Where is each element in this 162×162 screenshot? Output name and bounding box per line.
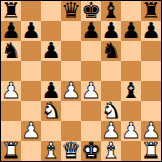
- piece-black-pawn[interactable]: ♟: [81, 21, 101, 41]
- square-g7[interactable]: ♟: [121, 21, 141, 41]
- square-g3[interactable]: [121, 101, 141, 121]
- square-d6[interactable]: [61, 41, 81, 61]
- piece-black-pawn[interactable]: ♟: [41, 81, 61, 101]
- square-f7[interactable]: ♟: [101, 21, 121, 41]
- square-d3[interactable]: [61, 101, 81, 121]
- square-d7[interactable]: [61, 21, 81, 41]
- piece-black-bishop[interactable]: ♝: [121, 81, 141, 101]
- square-d4[interactable]: ♟: [61, 81, 81, 101]
- piece-black-queen[interactable]: ♛: [61, 1, 81, 21]
- square-b3[interactable]: [21, 101, 41, 121]
- square-e4[interactable]: ♟: [81, 81, 101, 101]
- piece-white-bishop[interactable]: ♝: [41, 141, 61, 161]
- square-b8[interactable]: [21, 1, 41, 21]
- piece-black-king[interactable]: ♚: [81, 1, 101, 21]
- square-e5[interactable]: [81, 61, 101, 81]
- square-g8[interactable]: [121, 1, 141, 21]
- square-c8[interactable]: [41, 1, 61, 21]
- square-h5[interactable]: [141, 61, 161, 81]
- piece-white-queen[interactable]: ♛: [61, 141, 81, 161]
- square-g6[interactable]: [121, 41, 141, 61]
- square-d5[interactable]: [61, 61, 81, 81]
- square-a2[interactable]: [1, 121, 21, 141]
- square-f6[interactable]: ♞: [101, 41, 121, 61]
- piece-black-pawn[interactable]: ♟: [141, 21, 161, 41]
- square-e7[interactable]: ♟: [81, 21, 101, 41]
- square-d8[interactable]: ♛: [61, 1, 81, 21]
- square-a3[interactable]: [1, 101, 21, 121]
- piece-white-king[interactable]: ♚: [81, 141, 101, 161]
- square-f8[interactable]: ♝: [101, 1, 121, 21]
- chess-board: ♜♛♚♝♜♟♟♟♟♟♟♞♟♞♟♟♟♟♝♞♞♟♟♟♟♜♝♛♚♝♜: [0, 0, 162, 162]
- piece-white-pawn[interactable]: ♟: [21, 121, 41, 141]
- square-f5[interactable]: [101, 61, 121, 81]
- square-h7[interactable]: ♟: [141, 21, 161, 41]
- square-b4[interactable]: [21, 81, 41, 101]
- square-b5[interactable]: [21, 61, 41, 81]
- square-g4[interactable]: ♝: [121, 81, 141, 101]
- piece-white-pawn[interactable]: ♟: [121, 121, 141, 141]
- piece-white-knight[interactable]: ♞: [41, 101, 61, 121]
- piece-white-knight[interactable]: ♞: [101, 101, 121, 121]
- square-e8[interactable]: ♚: [81, 1, 101, 21]
- square-a7[interactable]: ♟: [1, 21, 21, 41]
- piece-black-pawn[interactable]: ♟: [1, 21, 21, 41]
- piece-white-rook[interactable]: ♜: [141, 141, 161, 161]
- piece-black-pawn[interactable]: ♟: [101, 21, 121, 41]
- piece-black-pawn[interactable]: ♟: [41, 41, 61, 61]
- square-e6[interactable]: [81, 41, 101, 61]
- square-c2[interactable]: [41, 121, 61, 141]
- square-g2[interactable]: ♟: [121, 121, 141, 141]
- square-h3[interactable]: [141, 101, 161, 121]
- square-h8[interactable]: ♜: [141, 1, 161, 21]
- square-h1[interactable]: ♜: [141, 141, 161, 161]
- square-e3[interactable]: [81, 101, 101, 121]
- square-g1[interactable]: [121, 141, 141, 161]
- square-c3[interactable]: ♞: [41, 101, 61, 121]
- square-e1[interactable]: ♚: [81, 141, 101, 161]
- piece-white-pawn[interactable]: ♟: [61, 81, 81, 101]
- square-f3[interactable]: ♞: [101, 101, 121, 121]
- piece-black-pawn[interactable]: ♟: [21, 21, 41, 41]
- square-a5[interactable]: [1, 61, 21, 81]
- square-a4[interactable]: ♟: [1, 81, 21, 101]
- square-c1[interactable]: ♝: [41, 141, 61, 161]
- piece-white-rook[interactable]: ♜: [1, 141, 21, 161]
- piece-white-bishop[interactable]: ♝: [101, 141, 121, 161]
- piece-black-bishop[interactable]: ♝: [101, 1, 121, 21]
- piece-black-rook[interactable]: ♜: [141, 1, 161, 21]
- square-c5[interactable]: [41, 61, 61, 81]
- piece-white-pawn[interactable]: ♟: [141, 121, 161, 141]
- piece-white-pawn[interactable]: ♟: [1, 81, 21, 101]
- piece-white-pawn[interactable]: ♟: [101, 121, 121, 141]
- square-h2[interactable]: ♟: [141, 121, 161, 141]
- square-f1[interactable]: ♝: [101, 141, 121, 161]
- square-e2[interactable]: [81, 121, 101, 141]
- piece-white-pawn[interactable]: ♟: [81, 81, 101, 101]
- square-b7[interactable]: ♟: [21, 21, 41, 41]
- square-a1[interactable]: ♜: [1, 141, 21, 161]
- square-b1[interactable]: [21, 141, 41, 161]
- square-a8[interactable]: ♜: [1, 1, 21, 21]
- square-a6[interactable]: ♞: [1, 41, 21, 61]
- square-c6[interactable]: ♟: [41, 41, 61, 61]
- square-f2[interactable]: ♟: [101, 121, 121, 141]
- square-f4[interactable]: [101, 81, 121, 101]
- piece-black-knight[interactable]: ♞: [101, 41, 121, 61]
- piece-black-pawn[interactable]: ♟: [121, 21, 141, 41]
- square-g5[interactable]: [121, 61, 141, 81]
- piece-black-rook[interactable]: ♜: [1, 1, 21, 21]
- square-h4[interactable]: [141, 81, 161, 101]
- piece-black-knight[interactable]: ♞: [1, 41, 21, 61]
- square-c7[interactable]: [41, 21, 61, 41]
- square-b6[interactable]: [21, 41, 41, 61]
- square-c4[interactable]: ♟: [41, 81, 61, 101]
- square-d2[interactable]: [61, 121, 81, 141]
- square-d1[interactable]: ♛: [61, 141, 81, 161]
- square-h6[interactable]: [141, 41, 161, 61]
- square-b2[interactable]: ♟: [21, 121, 41, 141]
